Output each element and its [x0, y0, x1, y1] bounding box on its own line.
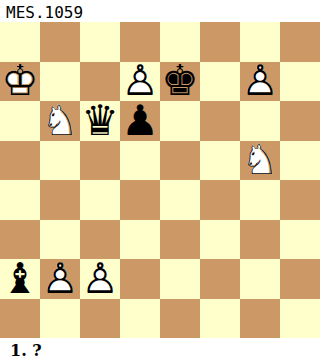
square-f3[interactable] [200, 220, 240, 260]
square-a4[interactable] [0, 180, 40, 220]
chess-board: ♚♔♟♙♚♟♙♞♘♛♟♞♘♝♟♙♟♙ [0, 22, 320, 338]
square-b5[interactable] [40, 141, 80, 181]
square-c4[interactable] [80, 180, 120, 220]
square-d7[interactable]: ♟♙ [120, 62, 160, 102]
square-c2[interactable]: ♟♙ [80, 259, 120, 299]
square-g1[interactable] [240, 299, 280, 339]
white-pawn-fill: ♟ [40, 259, 80, 299]
square-h5[interactable] [280, 141, 320, 181]
square-f4[interactable] [200, 180, 240, 220]
square-a3[interactable] [0, 220, 40, 260]
square-f2[interactable] [200, 259, 240, 299]
square-b6[interactable]: ♞♘ [40, 101, 80, 141]
square-h6[interactable] [280, 101, 320, 141]
square-g2[interactable] [240, 259, 280, 299]
square-a5[interactable] [0, 141, 40, 181]
black-queen: ♛ [80, 101, 120, 141]
square-f8[interactable] [200, 22, 240, 62]
square-e2[interactable] [160, 259, 200, 299]
black-king: ♚ [160, 62, 200, 102]
puzzle-id-title: MES.1059 [0, 0, 320, 22]
square-e5[interactable] [160, 141, 200, 181]
white-knight-fill: ♞ [240, 141, 280, 181]
square-f6[interactable] [200, 101, 240, 141]
square-f1[interactable] [200, 299, 240, 339]
square-g7[interactable]: ♟♙ [240, 62, 280, 102]
white-king: ♔ [0, 62, 40, 102]
square-g4[interactable] [240, 180, 280, 220]
square-f7[interactable] [200, 62, 240, 102]
square-e1[interactable] [160, 299, 200, 339]
square-c5[interactable] [80, 141, 120, 181]
square-d6[interactable]: ♟ [120, 101, 160, 141]
white-king-fill: ♚ [0, 62, 40, 102]
white-pawn: ♙ [240, 62, 280, 102]
square-h3[interactable] [280, 220, 320, 260]
square-h1[interactable] [280, 299, 320, 339]
square-b2[interactable]: ♟♙ [40, 259, 80, 299]
square-c8[interactable] [80, 22, 120, 62]
square-d3[interactable] [120, 220, 160, 260]
square-e8[interactable] [160, 22, 200, 62]
square-d2[interactable] [120, 259, 160, 299]
square-c1[interactable] [80, 299, 120, 339]
square-d5[interactable] [120, 141, 160, 181]
black-bishop: ♝ [0, 259, 40, 299]
square-d1[interactable] [120, 299, 160, 339]
square-a7[interactable]: ♚♔ [0, 62, 40, 102]
square-g3[interactable] [240, 220, 280, 260]
square-h2[interactable] [280, 259, 320, 299]
square-d4[interactable] [120, 180, 160, 220]
square-c7[interactable] [80, 62, 120, 102]
white-pawn-fill: ♟ [80, 259, 120, 299]
square-e7[interactable]: ♚ [160, 62, 200, 102]
square-h4[interactable] [280, 180, 320, 220]
white-pawn: ♙ [120, 62, 160, 102]
square-e3[interactable] [160, 220, 200, 260]
square-e6[interactable] [160, 101, 200, 141]
white-pawn: ♙ [40, 259, 80, 299]
square-g8[interactable] [240, 22, 280, 62]
square-b1[interactable] [40, 299, 80, 339]
move-prompt: 1. ? [0, 338, 320, 360]
chess-puzzle-window: MES.1059 ♚♔♟♙♚♟♙♞♘♛♟♞♘♝♟♙♟♙ 1. ? [0, 0, 320, 360]
square-d8[interactable] [120, 22, 160, 62]
white-knight-fill: ♞ [40, 101, 80, 141]
square-g5[interactable]: ♞♘ [240, 141, 280, 181]
black-pawn: ♟ [120, 101, 160, 141]
square-a6[interactable] [0, 101, 40, 141]
square-e4[interactable] [160, 180, 200, 220]
square-h8[interactable] [280, 22, 320, 62]
square-a1[interactable] [0, 299, 40, 339]
square-g6[interactable] [240, 101, 280, 141]
square-a8[interactable] [0, 22, 40, 62]
square-f5[interactable] [200, 141, 240, 181]
white-pawn-fill: ♟ [240, 62, 280, 102]
square-b8[interactable] [40, 22, 80, 62]
square-h7[interactable] [280, 62, 320, 102]
white-pawn: ♙ [80, 259, 120, 299]
square-b3[interactable] [40, 220, 80, 260]
white-knight: ♘ [240, 141, 280, 181]
square-a2[interactable]: ♝ [0, 259, 40, 299]
square-b4[interactable] [40, 180, 80, 220]
square-b7[interactable] [40, 62, 80, 102]
white-pawn-fill: ♟ [120, 62, 160, 102]
square-c6[interactable]: ♛ [80, 101, 120, 141]
square-c3[interactable] [80, 220, 120, 260]
white-knight: ♘ [40, 101, 80, 141]
